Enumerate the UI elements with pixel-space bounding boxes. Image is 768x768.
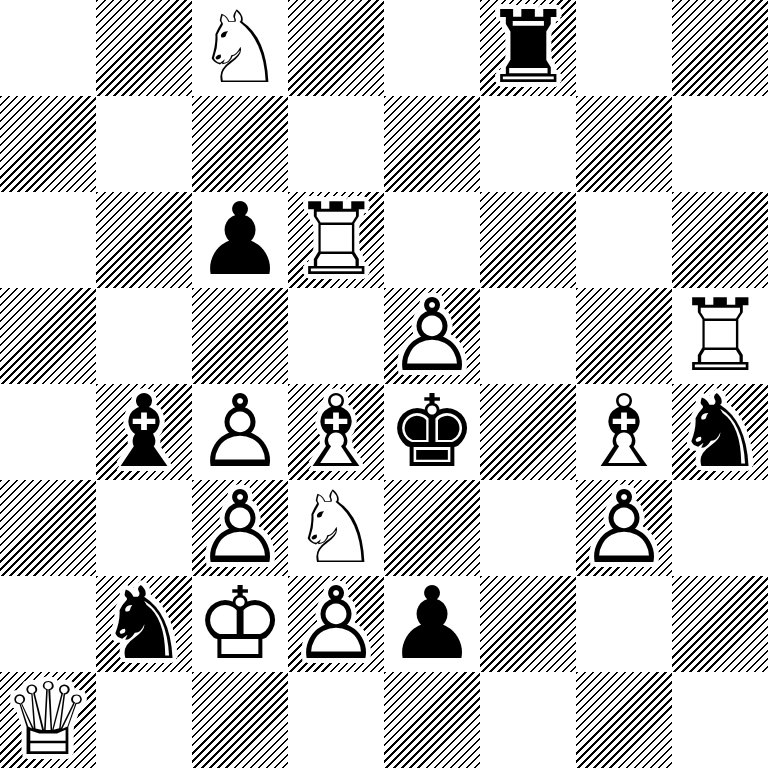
square-b7[interactable]: [96, 96, 192, 192]
square-c2[interactable]: ♚♔: [192, 576, 288, 672]
square-h7[interactable]: [672, 96, 768, 192]
square-g6[interactable]: [576, 192, 672, 288]
piece-black-bishop-b4[interactable]: ♝: [96, 384, 192, 480]
square-f6[interactable]: [480, 192, 576, 288]
square-c6[interactable]: ♟♟: [192, 192, 288, 288]
piece-white-pawn-c4[interactable]: ♙: [192, 384, 288, 480]
square-g3[interactable]: ♟♙: [576, 480, 672, 576]
square-d8[interactable]: [288, 0, 384, 96]
square-h8[interactable]: [672, 0, 768, 96]
square-a7[interactable]: [0, 96, 96, 192]
square-c5[interactable]: [192, 288, 288, 384]
piece-white-rook-h5[interactable]: ♖: [672, 288, 768, 384]
piece-white-pawn-g3[interactable]: ♙: [576, 480, 672, 576]
square-e8[interactable]: [384, 0, 480, 96]
square-c4[interactable]: ♟♙: [192, 384, 288, 480]
square-f1[interactable]: [480, 672, 576, 768]
piece-white-rook-d6[interactable]: ♖: [288, 192, 384, 288]
square-d5[interactable]: [288, 288, 384, 384]
piece-white-king-c2[interactable]: ♔: [192, 576, 288, 672]
square-a5[interactable]: [0, 288, 96, 384]
square-b6[interactable]: [96, 192, 192, 288]
square-d1[interactable]: [288, 672, 384, 768]
piece-black-rook-f8[interactable]: ♜: [480, 0, 576, 96]
square-h3[interactable]: [672, 480, 768, 576]
square-a1[interactable]: ♛♕: [0, 672, 96, 768]
piece-black-king-e4[interactable]: ♚: [384, 384, 480, 480]
square-e1[interactable]: [384, 672, 480, 768]
piece-white-knight-c8[interactable]: ♘: [192, 0, 288, 96]
piece-white-bishop-d4[interactable]: ♗: [288, 384, 384, 480]
square-d3[interactable]: ♞♘: [288, 480, 384, 576]
square-g7[interactable]: [576, 96, 672, 192]
piece-black-pawn-c6[interactable]: ♟: [192, 192, 288, 288]
square-c3[interactable]: ♟♙: [192, 480, 288, 576]
square-b1[interactable]: [96, 672, 192, 768]
square-g5[interactable]: [576, 288, 672, 384]
square-b2[interactable]: ♞♞: [96, 576, 192, 672]
square-g8[interactable]: [576, 0, 672, 96]
square-e3[interactable]: [384, 480, 480, 576]
square-f4[interactable]: [480, 384, 576, 480]
square-h1[interactable]: [672, 672, 768, 768]
square-f7[interactable]: [480, 96, 576, 192]
square-g1[interactable]: [576, 672, 672, 768]
square-d2[interactable]: ♟♙: [288, 576, 384, 672]
square-h6[interactable]: [672, 192, 768, 288]
square-e6[interactable]: [384, 192, 480, 288]
square-a6[interactable]: [0, 192, 96, 288]
square-d6[interactable]: ♜♖: [288, 192, 384, 288]
square-a8[interactable]: [0, 0, 96, 96]
square-b3[interactable]: [96, 480, 192, 576]
square-a2[interactable]: [0, 576, 96, 672]
piece-white-pawn-c3[interactable]: ♙: [192, 480, 288, 576]
square-h5[interactable]: ♜♖: [672, 288, 768, 384]
piece-white-knight-d3[interactable]: ♘: [288, 480, 384, 576]
square-d7[interactable]: [288, 96, 384, 192]
square-b8[interactable]: [96, 0, 192, 96]
square-c1[interactable]: [192, 672, 288, 768]
square-f2[interactable]: [480, 576, 576, 672]
piece-white-pawn-e5[interactable]: ♙: [384, 288, 480, 384]
chess-board: ♞♘♜♜♟♟♜♖♟♙♜♖♝♝♟♙♝♗♚♚♝♗♞♞♟♙♞♘♟♙♞♞♚♔♟♙♟♟♛♕: [0, 0, 768, 768]
square-h4[interactable]: ♞♞: [672, 384, 768, 480]
square-f3[interactable]: [480, 480, 576, 576]
piece-white-queen-a1[interactable]: ♕: [0, 672, 96, 768]
square-g2[interactable]: [576, 576, 672, 672]
square-d4[interactable]: ♝♗: [288, 384, 384, 480]
piece-white-pawn-d2[interactable]: ♙: [288, 576, 384, 672]
square-a4[interactable]: [0, 384, 96, 480]
piece-black-knight-b2[interactable]: ♞: [96, 576, 192, 672]
square-g4[interactable]: ♝♗: [576, 384, 672, 480]
piece-black-pawn-e2[interactable]: ♟: [384, 576, 480, 672]
square-a3[interactable]: [0, 480, 96, 576]
square-f8[interactable]: ♜♜: [480, 0, 576, 96]
square-e2[interactable]: ♟♟: [384, 576, 480, 672]
square-b5[interactable]: [96, 288, 192, 384]
square-c8[interactable]: ♞♘: [192, 0, 288, 96]
square-f5[interactable]: [480, 288, 576, 384]
square-h2[interactable]: [672, 576, 768, 672]
square-e5[interactable]: ♟♙: [384, 288, 480, 384]
square-e7[interactable]: [384, 96, 480, 192]
square-c7[interactable]: [192, 96, 288, 192]
square-e4[interactable]: ♚♚: [384, 384, 480, 480]
piece-black-knight-h4[interactable]: ♞: [672, 384, 768, 480]
square-b4[interactable]: ♝♝: [96, 384, 192, 480]
piece-white-bishop-g4[interactable]: ♗: [576, 384, 672, 480]
